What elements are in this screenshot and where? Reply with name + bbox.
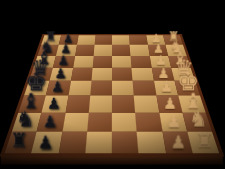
- square[interactable]: [112, 81, 134, 96]
- square[interactable]: [73, 56, 94, 68]
- black-pawn-piece[interactable]: ♟: [47, 95, 61, 110]
- square[interactable]: [77, 35, 96, 45]
- square[interactable]: [65, 96, 90, 113]
- black-pawn-piece[interactable]: ♟: [54, 66, 66, 80]
- square[interactable]: [133, 81, 156, 96]
- square[interactable]: ♜: [187, 131, 219, 153]
- black-rook-piece[interactable]: ♜: [10, 131, 28, 151]
- white-pawn-piece[interactable]: ♟: [167, 113, 182, 129]
- square[interactable]: [131, 56, 152, 68]
- black-knight-piece[interactable]: ♞: [16, 109, 35, 130]
- board-front-edge: [1, 153, 223, 164]
- square[interactable]: [94, 35, 112, 45]
- square[interactable]: [112, 96, 135, 113]
- white-pawn-piece[interactable]: ♟: [163, 95, 177, 110]
- black-pawn-piece[interactable]: ♟: [37, 134, 53, 152]
- square[interactable]: [90, 81, 112, 96]
- square[interactable]: [129, 35, 148, 45]
- square[interactable]: ♟: [159, 112, 187, 131]
- square[interactable]: [134, 96, 159, 113]
- square[interactable]: [137, 131, 166, 153]
- square[interactable]: [112, 45, 131, 56]
- square[interactable]: [75, 45, 95, 56]
- white-knight-piece[interactable]: ♞: [189, 109, 208, 130]
- square[interactable]: ♟: [31, 131, 62, 153]
- square[interactable]: [68, 81, 91, 96]
- square[interactable]: [112, 131, 139, 153]
- square[interactable]: [112, 35, 130, 45]
- square[interactable]: [62, 112, 89, 131]
- chess-board: ♜♟♟♜♞♟♟♞♝♟♟♝♛♟♟♛♚♟♟♚♝♟♟♝♞♟♟♞♜♟♟♜: [0, 34, 224, 157]
- square[interactable]: ♟: [42, 96, 68, 113]
- white-rook-piece[interactable]: ♜: [196, 131, 214, 151]
- white-pawn-piece[interactable]: ♟: [158, 66, 170, 80]
- square[interactable]: ♟: [154, 81, 178, 96]
- square[interactable]: [71, 68, 93, 81]
- white-pawn-piece[interactable]: ♟: [171, 134, 187, 152]
- white-pawn-piece[interactable]: ♟: [160, 80, 173, 94]
- square[interactable]: [87, 112, 112, 131]
- black-pawn-piece[interactable]: ♟: [42, 113, 57, 129]
- square[interactable]: [112, 68, 133, 81]
- square[interactable]: [91, 68, 112, 81]
- square[interactable]: [112, 56, 132, 68]
- square[interactable]: ♟: [156, 96, 182, 113]
- square[interactable]: [58, 131, 87, 153]
- black-pawn-piece[interactable]: ♟: [51, 80, 64, 94]
- square[interactable]: [132, 68, 154, 81]
- square[interactable]: ♟: [37, 112, 65, 131]
- square[interactable]: [130, 45, 150, 56]
- square[interactable]: [93, 45, 112, 56]
- scene-3d: ♜♟♟♜♞♟♟♞♝♟♟♝♛♟♟♛♚♟♟♚♝♟♟♝♞♟♟♞♜♟♟♜: [0, 0, 225, 169]
- square[interactable]: [112, 112, 137, 131]
- square[interactable]: [135, 112, 162, 131]
- square[interactable]: [92, 56, 112, 68]
- photo-background: ♜♟♟♜♞♟♟♞♝♟♟♝♛♟♟♛♚♟♟♚♝♟♟♝♞♟♟♞♜♟♟♜: [0, 0, 225, 169]
- square[interactable]: ♟: [46, 81, 71, 96]
- square[interactable]: [85, 131, 112, 153]
- square[interactable]: [89, 96, 112, 113]
